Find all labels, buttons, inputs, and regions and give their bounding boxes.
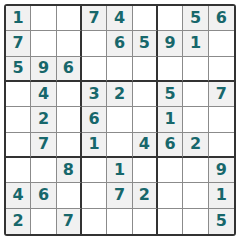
cell-r1c8[interactable]: 5 <box>183 6 208 31</box>
cell-r3c3[interactable]: 6 <box>57 57 82 82</box>
cell-r9c9[interactable]: 5 <box>209 209 234 234</box>
cell-r8c4[interactable] <box>82 183 107 208</box>
cell-r1c9[interactable]: 6 <box>209 6 234 31</box>
cell-r2c9[interactable] <box>209 31 234 56</box>
cell-r6c5[interactable] <box>107 133 132 158</box>
cell-r6c7[interactable]: 6 <box>158 133 183 158</box>
cell-r8c6[interactable]: 2 <box>133 183 158 208</box>
cell-r7c3[interactable]: 8 <box>57 158 82 183</box>
cell-r9c1[interactable]: 2 <box>6 209 31 234</box>
cell-r1c5[interactable]: 4 <box>107 6 132 31</box>
cell-r1c1[interactable]: 1 <box>6 6 31 31</box>
cell-r8c5[interactable]: 7 <box>107 183 132 208</box>
cell-r1c2[interactable] <box>31 6 56 31</box>
cell-r7c9[interactable]: 9 <box>209 158 234 183</box>
cell-r9c3[interactable]: 7 <box>57 209 82 234</box>
cell-r2c6[interactable]: 5 <box>133 31 158 56</box>
cell-r8c3[interactable] <box>57 183 82 208</box>
cell-r4c7[interactable]: 5 <box>158 82 183 107</box>
cell-r3c1[interactable]: 5 <box>6 57 31 82</box>
cell-r1c4[interactable]: 7 <box>82 6 107 31</box>
cell-r2c7[interactable]: 9 <box>158 31 183 56</box>
cell-r5c1[interactable] <box>6 107 31 132</box>
cell-r3c4[interactable] <box>82 57 107 82</box>
cell-r7c2[interactable] <box>31 158 56 183</box>
cell-r1c7[interactable] <box>158 6 183 31</box>
cell-r4c9[interactable]: 7 <box>209 82 234 107</box>
cell-r8c2[interactable]: 6 <box>31 183 56 208</box>
cell-r5c9[interactable] <box>209 107 234 132</box>
cell-r9c6[interactable] <box>133 209 158 234</box>
cell-r6c2[interactable]: 7 <box>31 133 56 158</box>
cell-r4c2[interactable]: 4 <box>31 82 56 107</box>
cell-r5c4[interactable]: 6 <box>82 107 107 132</box>
cell-r2c5[interactable]: 6 <box>107 31 132 56</box>
cell-r3c2[interactable]: 9 <box>31 57 56 82</box>
cell-r8c1[interactable]: 4 <box>6 183 31 208</box>
cell-r6c1[interactable] <box>6 133 31 158</box>
cell-r4c5[interactable]: 2 <box>107 82 132 107</box>
sudoku-page: 1745676591596432572617146281946721275 <box>0 0 240 240</box>
cell-r9c8[interactable] <box>183 209 208 234</box>
cell-r4c1[interactable] <box>6 82 31 107</box>
cell-r6c3[interactable] <box>57 133 82 158</box>
cell-r6c9[interactable] <box>209 133 234 158</box>
cell-r3c5[interactable] <box>107 57 132 82</box>
sudoku-board: 1745676591596432572617146281946721275 <box>4 4 236 236</box>
cell-r3c6[interactable] <box>133 57 158 82</box>
cell-r5c2[interactable]: 2 <box>31 107 56 132</box>
cell-r7c4[interactable] <box>82 158 107 183</box>
cell-r7c1[interactable] <box>6 158 31 183</box>
cell-r6c4[interactable]: 1 <box>82 133 107 158</box>
cell-r5c3[interactable] <box>57 107 82 132</box>
cell-r8c8[interactable] <box>183 183 208 208</box>
cell-r5c5[interactable] <box>107 107 132 132</box>
cell-r7c6[interactable] <box>133 158 158 183</box>
cell-r1c3[interactable] <box>57 6 82 31</box>
cell-r6c6[interactable]: 4 <box>133 133 158 158</box>
cell-r5c6[interactable] <box>133 107 158 132</box>
cell-r7c5[interactable]: 1 <box>107 158 132 183</box>
cell-r2c3[interactable] <box>57 31 82 56</box>
cell-r9c2[interactable] <box>31 209 56 234</box>
cell-r6c8[interactable]: 2 <box>183 133 208 158</box>
cell-r4c3[interactable] <box>57 82 82 107</box>
cell-r4c8[interactable] <box>183 82 208 107</box>
cell-r3c7[interactable] <box>158 57 183 82</box>
cell-r9c4[interactable] <box>82 209 107 234</box>
cell-r8c9[interactable]: 1 <box>209 183 234 208</box>
cell-r5c7[interactable]: 1 <box>158 107 183 132</box>
cell-r4c4[interactable]: 3 <box>82 82 107 107</box>
cell-r4c6[interactable] <box>133 82 158 107</box>
cell-r2c4[interactable] <box>82 31 107 56</box>
cell-r9c5[interactable] <box>107 209 132 234</box>
cell-r9c7[interactable] <box>158 209 183 234</box>
cell-r3c8[interactable] <box>183 57 208 82</box>
cell-r8c7[interactable] <box>158 183 183 208</box>
cell-r3c9[interactable] <box>209 57 234 82</box>
cell-r7c7[interactable] <box>158 158 183 183</box>
cell-r2c1[interactable]: 7 <box>6 31 31 56</box>
cell-r7c8[interactable] <box>183 158 208 183</box>
cell-r1c6[interactable] <box>133 6 158 31</box>
cell-r5c8[interactable] <box>183 107 208 132</box>
cell-r2c2[interactable] <box>31 31 56 56</box>
cell-r2c8[interactable]: 1 <box>183 31 208 56</box>
